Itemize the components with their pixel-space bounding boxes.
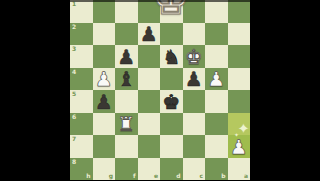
square-g3[interactable]	[93, 45, 116, 68]
square-e8[interactable]: e	[138, 158, 161, 181]
black-knight-d3[interactable]: ♞	[160, 45, 183, 68]
square-f7[interactable]	[115, 135, 138, 158]
square-g1[interactable]	[93, 0, 116, 23]
square-g8[interactable]: g	[93, 158, 116, 181]
black-pawn-c4[interactable]: ♟	[182, 67, 205, 90]
square-c6[interactable]	[183, 113, 206, 136]
square-e4[interactable]	[138, 68, 161, 91]
square-f5[interactable]	[115, 90, 138, 113]
white-pawn-g4[interactable]: ♟	[92, 67, 115, 90]
square-d7[interactable]	[160, 135, 183, 158]
square-h1[interactable]: 1	[70, 0, 93, 23]
square-g7[interactable]	[93, 135, 116, 158]
white-pawn-a7[interactable]: ♟	[227, 135, 250, 158]
square-c7[interactable]	[183, 135, 206, 158]
file-label-h: h	[86, 173, 90, 179]
white-pawn-b4[interactable]: ♟	[205, 67, 228, 90]
square-d6[interactable]	[160, 113, 183, 136]
square-b5[interactable]	[205, 90, 228, 113]
square-a4[interactable]	[228, 68, 251, 91]
white-king-c3[interactable]: ♚	[182, 45, 205, 68]
black-pawn-f3[interactable]: ♟	[115, 45, 138, 68]
file-label-e: e	[154, 173, 158, 179]
square-h6[interactable]: 6	[70, 113, 93, 136]
rank-label-3: 3	[72, 46, 76, 52]
file-label-f: f	[133, 173, 136, 179]
square-e5[interactable]	[138, 90, 161, 113]
rank-label-4: 4	[72, 69, 76, 75]
square-d4[interactable]	[160, 68, 183, 91]
file-label-a: a	[244, 173, 248, 179]
file-label-c: c	[199, 173, 203, 179]
rank-label-2: 2	[72, 24, 76, 30]
square-a6[interactable]	[228, 113, 251, 136]
rank-label-5: 5	[72, 91, 76, 97]
file-label-g: g	[109, 173, 113, 179]
file-label-d: d	[176, 173, 180, 179]
square-f2[interactable]	[115, 23, 138, 46]
square-h5[interactable]: 5	[70, 90, 93, 113]
black-bishop-f4[interactable]: ♝	[115, 67, 138, 90]
square-a8[interactable]: a	[228, 158, 251, 181]
square-b6[interactable]	[205, 113, 228, 136]
square-a2[interactable]	[228, 23, 251, 46]
square-h2[interactable]: 2	[70, 23, 93, 46]
video-frame: 12345678hgfedcba♟♜♚♟♟♟♝♟♚♞♟♟♚✦✦	[0, 0, 320, 180]
square-d8[interactable]: d	[160, 158, 183, 181]
chess-board: 12345678hgfedcba♟♜♚♟♟♟♝♟♚♞♟♟♚✦✦	[70, 0, 250, 180]
square-b1[interactable]	[205, 0, 228, 23]
square-c5[interactable]	[183, 90, 206, 113]
square-a1[interactable]	[228, 0, 251, 23]
square-e1[interactable]	[138, 0, 161, 23]
top-edge-shade	[0, 0, 320, 2]
square-f1[interactable]	[115, 0, 138, 23]
square-a3[interactable]	[228, 45, 251, 68]
square-f8[interactable]: f	[115, 158, 138, 181]
right-letterbox	[250, 0, 320, 180]
square-g6[interactable]	[93, 113, 116, 136]
square-d1[interactable]	[160, 0, 183, 23]
square-c1[interactable]	[183, 0, 206, 23]
file-label-b: b	[221, 173, 225, 179]
square-e7[interactable]	[138, 135, 161, 158]
square-g2[interactable]	[93, 23, 116, 46]
square-e3[interactable]	[138, 45, 161, 68]
white-rook-f6[interactable]: ♜	[115, 112, 138, 135]
black-king-d5[interactable]: ♚	[160, 90, 183, 113]
square-h8[interactable]: 8h	[70, 158, 93, 181]
rank-label-7: 7	[72, 136, 76, 142]
square-b2[interactable]	[205, 23, 228, 46]
square-b3[interactable]	[205, 45, 228, 68]
rank-label-8: 8	[72, 159, 76, 165]
square-d2[interactable]	[160, 23, 183, 46]
square-b8[interactable]: b	[205, 158, 228, 181]
square-c2[interactable]	[183, 23, 206, 46]
black-pawn-e2[interactable]: ♟	[137, 22, 160, 45]
square-c8[interactable]: c	[183, 158, 206, 181]
square-h3[interactable]: 3	[70, 45, 93, 68]
square-e6[interactable]	[138, 113, 161, 136]
square-h4[interactable]: 4	[70, 68, 93, 91]
left-letterbox	[0, 0, 70, 180]
black-pawn-g5[interactable]: ♟	[92, 90, 115, 113]
square-h7[interactable]: 7	[70, 135, 93, 158]
square-b7[interactable]	[205, 135, 228, 158]
rank-label-6: 6	[72, 114, 76, 120]
square-a5[interactable]	[228, 90, 251, 113]
